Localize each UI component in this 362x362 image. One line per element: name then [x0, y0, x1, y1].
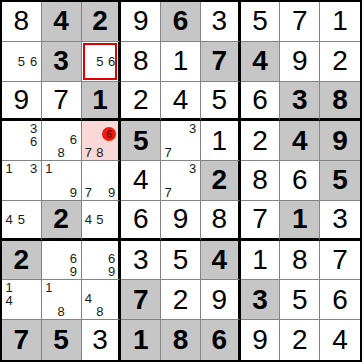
- pencil-slot-3: 3: [187, 162, 199, 175]
- pencil-slot-3: 3: [28, 162, 40, 175]
- pencil-slot-9: [106, 146, 118, 159]
- pencil-slot-2: [94, 281, 106, 292]
- solved-digit: 2: [133, 86, 149, 114]
- pencil-slot-5: 5: [15, 55, 27, 68]
- pencil-slot-8: [15, 307, 27, 318]
- pencil-slot-9: [28, 148, 40, 159]
- pencil-slot-5: [55, 175, 67, 186]
- pencil-slot-2: [15, 43, 27, 55]
- pencil-slot-7: [3, 68, 15, 80]
- pencil-slot-8: [15, 148, 27, 159]
- given-digit: 5: [332, 166, 348, 194]
- cell-r7c5[interactable]: 5: [161, 241, 201, 281]
- pencil-slot-7: [43, 146, 55, 159]
- pencil-slot-1: [83, 43, 95, 55]
- pencil-slot-5: [15, 294, 27, 307]
- pencil-slot-9: [187, 146, 199, 159]
- cell-r2c2[interactable]: 3: [42, 42, 82, 82]
- cell-r6c6[interactable]: 8: [201, 201, 241, 241]
- cell-r1c9[interactable]: 1: [320, 2, 360, 42]
- pencil-slot-4: 4: [83, 292, 95, 305]
- cell-r4c4[interactable]: 5: [121, 121, 161, 161]
- given-digit: 6: [211, 326, 227, 354]
- pencil-slot-3: [28, 43, 40, 55]
- pencil-slot-4: [43, 294, 55, 305]
- solved-digit: 1: [173, 47, 189, 75]
- solved-digit: 4: [332, 326, 348, 354]
- cell-r5c1[interactable]: 13: [2, 161, 42, 201]
- cell-r3c3[interactable]: 1: [82, 82, 122, 122]
- pencil-slot-6: 6: [67, 133, 79, 146]
- given-digit: 6: [173, 7, 189, 35]
- pencil-slot-9: [106, 226, 118, 237]
- pencil-slot-9: [28, 307, 40, 318]
- cell-r9c5[interactable]: 8: [161, 320, 201, 360]
- solved-digit: 9: [211, 286, 227, 314]
- solved-digit: 9: [173, 205, 189, 233]
- cell-r5c4[interactable]: 4: [121, 161, 161, 201]
- cell-r7c6[interactable]: 4: [201, 241, 241, 281]
- given-digit: 7: [211, 47, 227, 75]
- solved-digit: 6: [133, 205, 149, 233]
- pencil-marks: 45: [83, 202, 118, 237]
- given-digit: 1: [133, 326, 149, 354]
- solved-digit: 2: [332, 47, 348, 75]
- cell-r5c3[interactable]: 79: [82, 161, 122, 201]
- cell-r1c5[interactable]: 6: [161, 2, 201, 42]
- pencil-marks: 18: [43, 281, 80, 318]
- pencil-slot-9: [106, 305, 118, 318]
- solved-digit: 5: [292, 286, 308, 314]
- pencil-marks: 69: [43, 242, 80, 279]
- pencil-slot-7: [83, 68, 95, 80]
- pencil-slot-5: [15, 135, 27, 148]
- pencil-slot-6: 6: [106, 55, 118, 68]
- solved-digit: 7: [292, 7, 308, 35]
- pencil-slot-3: [106, 281, 118, 292]
- given-digit: 9: [332, 127, 348, 155]
- cell-r3c5[interactable]: 4: [161, 82, 201, 122]
- pencil-slot-5: 5: [94, 213, 106, 226]
- cell-r3c7[interactable]: 6: [241, 82, 281, 122]
- cell-r6c3[interactable]: 45: [82, 201, 122, 241]
- cell-r8c3[interactable]: 48: [82, 280, 122, 320]
- pencil-marks: 68: [43, 122, 80, 159]
- pencil-marks: 37: [162, 162, 199, 199]
- cell-r9c9[interactable]: 4: [320, 320, 360, 360]
- pencil-slot-1: [162, 122, 174, 135]
- pencil-slot-8: [15, 68, 27, 80]
- pencil-slot-3: [28, 281, 40, 294]
- cell-r9c2[interactable]: 5: [42, 320, 82, 360]
- given-digit: 3: [292, 86, 308, 114]
- cell-r8c4[interactable]: 7: [121, 280, 161, 320]
- pencil-slot-5: 5: [94, 55, 106, 68]
- cell-r7c8[interactable]: 8: [280, 241, 320, 281]
- pencil-slot-6: [106, 292, 118, 305]
- cell-r3c6[interactable]: 5: [201, 82, 241, 122]
- pencil-marks: 56: [83, 43, 118, 80]
- pencil-slot-8: [174, 186, 186, 199]
- solved-digit: 9: [292, 47, 308, 75]
- pencil-marks: 14: [3, 281, 40, 318]
- pencil-marks: 37: [162, 122, 199, 159]
- cell-r6c9[interactable]: 3: [320, 201, 360, 241]
- pencil-slot-8: [94, 226, 106, 237]
- pencil-slot-2: [55, 281, 67, 294]
- pencil-marks: 19: [43, 162, 80, 199]
- solved-digit: 2: [292, 326, 308, 354]
- cell-r8c9[interactable]: 6: [320, 280, 360, 320]
- cell-r9c4[interactable]: 1: [121, 320, 161, 360]
- given-digit: 3: [252, 286, 268, 314]
- pencil-slot-7: [3, 148, 15, 159]
- cell-r7c4[interactable]: 3: [121, 241, 161, 281]
- pencil-slot-8: 8: [94, 146, 106, 159]
- cell-r8c8[interactable]: 5: [280, 280, 320, 320]
- pencil-slot-9: 9: [67, 265, 79, 278]
- cell-r4c7[interactable]: 2: [241, 121, 281, 161]
- pencil-marks: 48: [83, 281, 118, 318]
- pencil-slot-4: [83, 252, 95, 265]
- cell-r8c6[interactable]: 9: [201, 280, 241, 320]
- cell-r5c7[interactable]: 8: [241, 161, 281, 201]
- cell-r5c9[interactable]: 5: [320, 161, 360, 201]
- given-digit: 5: [133, 127, 149, 155]
- pencil-slot-7: [83, 265, 95, 278]
- pencil-slot-4: 4: [3, 213, 15, 226]
- pencil-slot-3: [28, 202, 40, 213]
- cell-r8c5[interactable]: 2: [161, 280, 201, 320]
- cell-r1c1[interactable]: 8: [2, 2, 42, 42]
- cell-r9c7[interactable]: 9: [241, 320, 281, 360]
- cell-r7c1[interactable]: 2: [2, 241, 42, 281]
- pencil-marks: 56: [3, 43, 40, 80]
- pencil-slot-8: [55, 186, 67, 199]
- sudoku-board: 8429635715635681749297124563836687865371…: [0, 0, 362, 362]
- solved-digit: 7: [252, 205, 268, 233]
- given-digit: 2: [14, 246, 30, 274]
- pencil-slot-7: [43, 186, 55, 199]
- pencil-slot-7: [3, 307, 15, 318]
- pencil-slot-9: [67, 305, 79, 318]
- cell-r6c7[interactable]: 7: [241, 201, 281, 241]
- solved-digit: 3: [133, 246, 149, 274]
- given-digit: 7: [14, 326, 30, 354]
- cell-r1c8[interactable]: 7: [280, 2, 320, 42]
- pencil-slot-9: [28, 68, 40, 80]
- cell-r8c2[interactable]: 18: [42, 280, 82, 320]
- solved-digit: 3: [92, 326, 108, 354]
- pencil-slot-3: 3: [187, 122, 199, 135]
- solved-digit: 2: [252, 127, 268, 155]
- pencil-slot-2: [15, 281, 27, 294]
- pencil-slot-2: [94, 242, 106, 253]
- pencil-slot-3: [106, 162, 118, 174]
- given-digit: 1: [292, 205, 308, 233]
- pencil-marks: 36: [3, 122, 40, 159]
- given-digit: 4: [53, 7, 69, 35]
- given-digit: 8: [332, 86, 348, 114]
- cell-r2c8[interactable]: 9: [280, 42, 320, 82]
- cell-r3c9[interactable]: 8: [320, 82, 360, 122]
- pencil-slot-8: [94, 186, 106, 199]
- cell-r4c3[interactable]: 786: [82, 121, 122, 161]
- pencil-slot-2: [55, 122, 67, 133]
- pencil-slot-6: [187, 135, 199, 146]
- cell-r2c4[interactable]: 8: [121, 42, 161, 82]
- cell-r6c2[interactable]: 2: [42, 201, 82, 241]
- pencil-marks: 79: [83, 162, 118, 199]
- pencil-slot-7: [3, 226, 15, 237]
- pencil-slot-5: 5: [15, 213, 27, 226]
- solved-digit: 1: [252, 246, 268, 274]
- cell-r7c3[interactable]: 69: [82, 241, 122, 281]
- solved-digit: 6: [292, 166, 308, 194]
- solved-digit: 6: [332, 286, 348, 314]
- pencil-slot-3: [67, 162, 79, 175]
- cell-r9c6[interactable]: 6: [201, 320, 241, 360]
- pencil-slot-9: [28, 187, 40, 199]
- pencil-slot-4: [83, 55, 95, 68]
- pencil-marks: 45: [3, 202, 40, 237]
- pencil-slot-6: [187, 175, 199, 186]
- solved-digit: 3: [211, 7, 227, 35]
- pencil-slot-4: 4: [3, 294, 15, 307]
- cell-r5c5[interactable]: 37: [161, 161, 201, 201]
- cell-r2c5[interactable]: 1: [161, 42, 201, 82]
- solved-digit: 7: [332, 246, 348, 274]
- cell-r6c4[interactable]: 6: [121, 201, 161, 241]
- given-digit: 4: [211, 246, 227, 274]
- pencil-slot-2: [174, 162, 186, 175]
- pencil-slot-6: [67, 294, 79, 305]
- cell-r9c1[interactable]: 7: [2, 320, 42, 360]
- cell-r1c6[interactable]: 3: [201, 2, 241, 42]
- cell-r3c8[interactable]: 3: [280, 82, 320, 122]
- solved-digit: 6: [252, 86, 268, 114]
- pencil-slot-4: [43, 252, 55, 265]
- given-digit: 4: [292, 127, 308, 155]
- solved-digit: 1: [332, 7, 348, 35]
- pencil-slot-1: [43, 122, 55, 133]
- pencil-slot-4: 4: [83, 213, 95, 226]
- cell-r2c6[interactable]: 7: [201, 42, 241, 82]
- pencil-slot-8: [94, 265, 106, 278]
- cell-r9c3[interactable]: 3: [82, 320, 122, 360]
- pencil-slot-2: [55, 242, 67, 253]
- pencil-slot-1: 1: [43, 281, 55, 294]
- pencil-slot-2: [55, 162, 67, 175]
- given-digit: 2: [92, 7, 108, 35]
- cell-r7c9[interactable]: 7: [320, 241, 360, 281]
- cell-r5c8[interactable]: 6: [280, 161, 320, 201]
- pencil-slot-8: [174, 146, 186, 159]
- pencil-slot-3: [67, 281, 79, 294]
- solved-digit: 7: [53, 86, 69, 114]
- cell-r1c3[interactable]: 2: [82, 2, 122, 42]
- pencil-slot-2: [15, 162, 27, 175]
- cell-r6c1[interactable]: 45: [2, 201, 42, 241]
- pencil-slot-9: [28, 226, 40, 237]
- solved-digit: 9: [14, 86, 30, 114]
- pencil-slot-4: [43, 175, 55, 186]
- cell-r7c7[interactable]: 1: [241, 241, 281, 281]
- pencil-slot-4: [3, 175, 15, 187]
- pencil-slot-5: [174, 135, 186, 146]
- pencil-slot-8: [15, 226, 27, 237]
- cell-r9c8[interactable]: 2: [280, 320, 320, 360]
- given-digit: 2: [53, 205, 69, 233]
- cell-r4c9[interactable]: 9: [320, 121, 360, 161]
- given-digit: 5: [53, 326, 69, 354]
- cell-r2c3[interactable]: 56: [82, 42, 122, 82]
- solved-digit: 8: [252, 166, 268, 194]
- pencil-slot-6: 6: [28, 135, 40, 148]
- solved-digit: 8: [292, 246, 308, 274]
- pencil-slot-7: 7: [83, 186, 95, 199]
- pencil-slot-6: [28, 294, 40, 307]
- pencil-slot-4: [3, 135, 15, 148]
- pencil-slot-8: 8: [55, 146, 67, 159]
- solved-digit: 1: [211, 127, 227, 155]
- cell-r1c7[interactable]: 5: [241, 2, 281, 42]
- pencil-slot-3: [106, 202, 118, 213]
- cell-r1c4[interactable]: 9: [121, 2, 161, 42]
- pencil-slot-7: [43, 265, 55, 278]
- pencil-slot-5: [94, 252, 106, 265]
- cell-r1c2[interactable]: 4: [42, 2, 82, 42]
- pencil-slot-5: [15, 175, 27, 187]
- pencil-slot-6: [28, 175, 40, 187]
- solved-digit: 8: [133, 47, 149, 75]
- pencil-slot-1: [3, 122, 15, 135]
- pencil-slot-5: [55, 252, 67, 265]
- pencil-slot-4: [43, 133, 55, 146]
- solved-digit: 5: [252, 7, 268, 35]
- pencil-slot-2: [94, 162, 106, 174]
- cell-r4c1[interactable]: 36: [2, 121, 42, 161]
- pencil-slot-1: 1: [43, 162, 55, 175]
- cell-r3c4[interactable]: 2: [121, 82, 161, 122]
- pencil-slot-5: [174, 175, 186, 186]
- solved-digit: 8: [14, 7, 30, 35]
- given-digit: 1: [92, 86, 108, 114]
- cell-r6c5[interactable]: 9: [161, 201, 201, 241]
- pencil-slot-5: [94, 174, 106, 186]
- pencil-slot-8: [94, 68, 106, 80]
- pencil-slot-7: 7: [162, 186, 174, 199]
- pencil-slot-8: [55, 265, 67, 278]
- solved-digit: 9: [252, 326, 268, 354]
- pencil-slot-1: [83, 242, 95, 253]
- pencil-slot-9: 9: [67, 186, 79, 199]
- cell-r3c2[interactable]: 7: [42, 82, 82, 122]
- pencil-slot-9: 9: [106, 186, 118, 199]
- solved-digit: 2: [173, 286, 189, 314]
- pencil-slot-7: 7: [83, 146, 95, 159]
- pencil-slot-2: [15, 122, 27, 135]
- pencil-slot-4: [3, 55, 15, 68]
- pencil-slot-9: [187, 186, 199, 199]
- cell-r8c7[interactable]: 3: [241, 280, 281, 320]
- pencil-slot-7: [3, 187, 15, 199]
- cell-r4c6[interactable]: 1: [201, 121, 241, 161]
- cell-r2c7[interactable]: 4: [241, 42, 281, 82]
- cell-r4c8[interactable]: 4: [280, 121, 320, 161]
- pencil-slot-8: 8: [55, 305, 67, 318]
- pencil-marks: 69: [83, 242, 118, 279]
- pencil-slot-7: [83, 305, 95, 318]
- pencil-marks: 13: [3, 162, 40, 199]
- cell-r3c1[interactable]: 9: [2, 82, 42, 122]
- pencil-slot-1: [162, 162, 174, 175]
- pencil-slot-8: 8: [94, 305, 106, 318]
- cell-r2c1[interactable]: 56: [2, 42, 42, 82]
- pencil-slot-9: [67, 146, 79, 159]
- solved-digit: 8: [211, 205, 227, 233]
- pencil-slot-1: [3, 43, 15, 55]
- pencil-slot-2: [174, 122, 186, 135]
- solved-digit: 5: [173, 246, 189, 274]
- cell-r2c9[interactable]: 2: [320, 42, 360, 82]
- given-digit: 8: [173, 326, 189, 354]
- cell-r4c2[interactable]: 68: [42, 121, 82, 161]
- pencil-slot-1: [43, 242, 55, 253]
- pencil-slot-7: [43, 305, 55, 318]
- pencil-slot-1: [83, 162, 95, 174]
- pencil-slot-1: [83, 122, 95, 134]
- solved-digit: 9: [133, 7, 149, 35]
- cell-r7c2[interactable]: 69: [42, 241, 82, 281]
- cell-r6c8[interactable]: 1: [280, 201, 320, 241]
- pencil-slot-3: [106, 43, 118, 55]
- given-digit: 2: [211, 166, 227, 194]
- given-digit: 3: [53, 47, 69, 75]
- given-digit: 7: [133, 286, 149, 314]
- pencil-slot-6: [28, 213, 40, 226]
- solved-digit: 3: [332, 205, 348, 233]
- pencil-slot-6: [106, 213, 118, 226]
- cell-r8c1[interactable]: 14: [2, 280, 42, 320]
- pencil-slot-9: [106, 68, 118, 80]
- pencil-slot-7: [83, 226, 95, 237]
- cell-r5c6[interactable]: 2: [201, 161, 241, 201]
- given-digit: 4: [252, 47, 268, 75]
- pencil-slot-6: 6: [28, 55, 40, 68]
- pencil-slot-1: 1: [3, 162, 15, 175]
- pencil-slot-9: 9: [106, 265, 118, 278]
- pencil-slot-7: 7: [162, 146, 174, 159]
- pencil-slot-2: [94, 43, 106, 55]
- solved-digit: 5: [211, 86, 227, 114]
- solved-digit: 4: [133, 166, 149, 194]
- cell-r4c5[interactable]: 37: [161, 121, 201, 161]
- solved-digit: 4: [173, 86, 189, 114]
- pencil-slot-8: [15, 187, 27, 199]
- cell-r5c2[interactable]: 19: [42, 161, 82, 201]
